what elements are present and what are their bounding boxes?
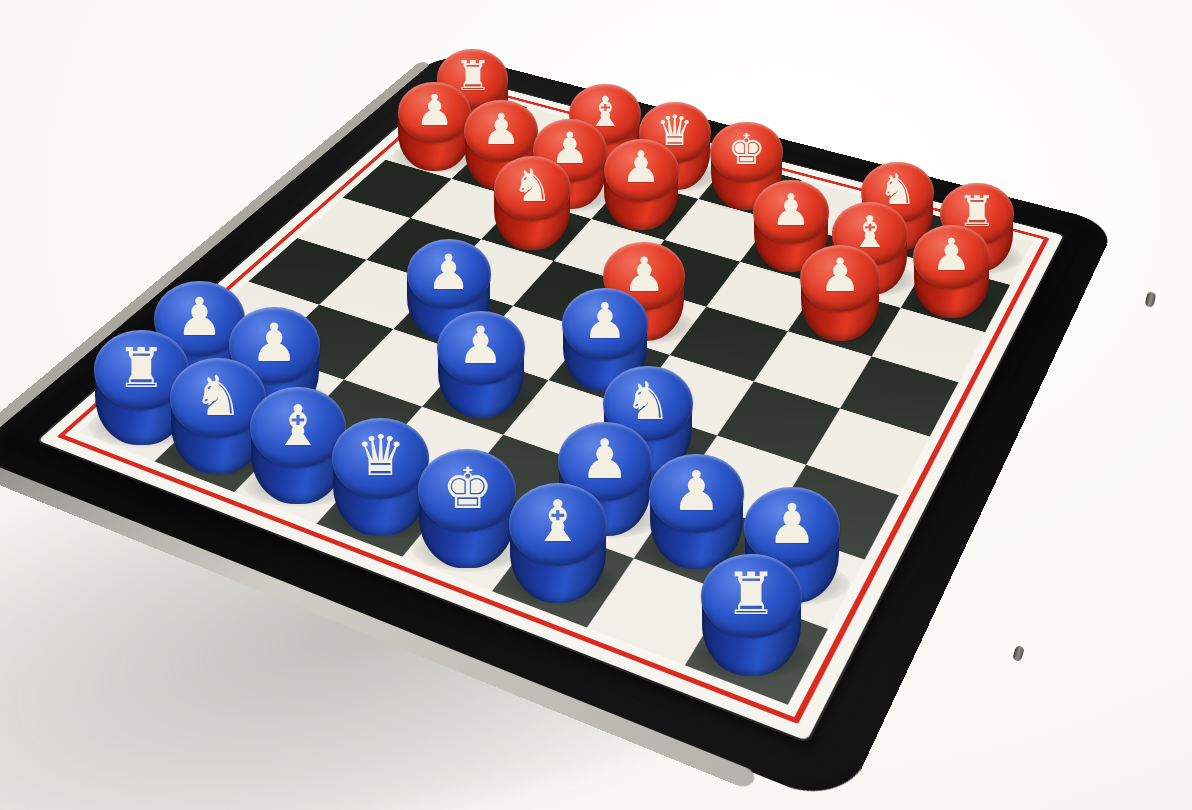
- piece-cap: ♟: [437, 311, 525, 385]
- piece-red-knight-c6[interactable]: ♞: [494, 156, 571, 257]
- pawn-icon: ♟: [580, 432, 629, 487]
- knight-icon: ♞: [193, 368, 243, 423]
- piece-cap: ♛: [332, 418, 429, 500]
- piece-cap: ♟: [604, 139, 679, 202]
- piece-cap: ♟: [649, 454, 744, 534]
- pawn-icon: ♟: [672, 464, 721, 519]
- piece-cap: ♚: [710, 122, 783, 183]
- queen-icon: ♛: [356, 428, 407, 484]
- piece-blue-rook-h1[interactable]: ♜: [701, 554, 801, 684]
- piece-red-pawn-a7[interactable]: ♟: [398, 82, 472, 178]
- piece-red-pawn-g6[interactable]: ♟: [800, 245, 879, 348]
- bishop-icon: ♝: [273, 398, 323, 454]
- piece-cap: ♝: [509, 483, 608, 566]
- pawn-icon: ♟: [932, 233, 972, 277]
- knight-icon: ♞: [625, 375, 672, 427]
- piece-cap: ♞: [494, 156, 571, 221]
- piece-cap: ♟: [407, 239, 491, 310]
- piece-blue-bishop-f1[interactable]: ♝: [509, 483, 608, 611]
- pawn-icon: ♟: [622, 147, 661, 190]
- pawn-icon: ♟: [767, 497, 817, 552]
- pawn-icon: ♟: [427, 248, 471, 297]
- pawn-icon: ♟: [820, 254, 861, 300]
- piece-red-pawn-d7[interactable]: ♟: [604, 139, 679, 236]
- tray-clasp-icon: [1012, 645, 1025, 662]
- bishop-icon: ♝: [532, 493, 583, 550]
- piece-cap: ♚: [418, 449, 516, 531]
- knight-icon: ♞: [512, 164, 552, 209]
- pawn-icon: ♟: [771, 188, 810, 232]
- pawn-icon: ♟: [583, 297, 627, 346]
- rook-icon: ♜: [725, 564, 777, 622]
- product-photo-scene: ♜♝♛♚♞♜♟♟♟♟♟♝♟♞♟♟♟♟♟♞♟♟♟♟♟♜♞♝♛♚♝♜: [0, 0, 1192, 810]
- piece-cap: ♟: [464, 100, 538, 162]
- piece-blue-king-e1[interactable]: ♚: [418, 449, 516, 576]
- piece-cap: ♟: [913, 225, 990, 289]
- pawn-icon: ♟: [458, 320, 504, 371]
- piece-red-pawn-h7[interactable]: ♟: [913, 225, 990, 324]
- piece-blue-queen-d1[interactable]: ♛: [332, 418, 429, 544]
- pawn-icon: ♟: [415, 89, 453, 132]
- king-icon: ♚: [728, 129, 766, 171]
- piece-cap: ♟: [800, 245, 879, 312]
- tray-clasp-icon: [1145, 291, 1157, 308]
- rook-icon: ♜: [117, 340, 166, 395]
- piece-blue-pawn-d3[interactable]: ♟: [437, 311, 525, 426]
- piece-cap: ♜: [701, 554, 801, 638]
- piece-cap: ♟: [562, 288, 647, 360]
- piece-cap: ♟: [753, 180, 829, 244]
- king-icon: ♚: [442, 460, 493, 517]
- piece-cap: ♟: [398, 82, 472, 144]
- pawn-icon: ♟: [482, 108, 520, 151]
